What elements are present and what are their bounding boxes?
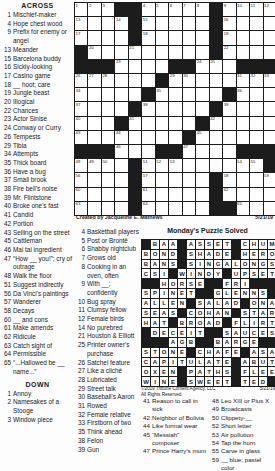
grid-cell[interactable] [237, 17, 249, 30]
grid-cell[interactable] [237, 188, 249, 201]
grid-cell[interactable] [196, 188, 208, 201]
clue-text: Actor Sinise [13, 115, 73, 124]
cell-number: 3 [102, 3, 104, 8]
grid-cell[interactable] [102, 31, 114, 44]
solved-letter-cell: D [259, 377, 267, 386]
grid-cell[interactable]: 42 [210, 117, 222, 130]
clue-text: Houston & Elliott [87, 332, 139, 341]
grid-cell[interactable] [156, 131, 168, 144]
grid-cell[interactable] [250, 131, 262, 144]
solved-letter-cell: N [196, 269, 204, 278]
byline-row: Created by Jacqueline E. Mathews 5/21/19 [76, 214, 273, 220]
grid-cell[interactable] [237, 131, 249, 144]
grid-cell[interactable] [264, 202, 275, 215]
grid-cell[interactable]: 9 [223, 3, 235, 16]
clue-text: Prefix for enemy or angel [13, 28, 73, 45]
cell-number: 36 [237, 88, 242, 93]
grid-cell[interactable] [156, 31, 168, 44]
grid-cell[interactable]: 56 [75, 173, 87, 186]
clue-number: 4 [2, 20, 11, 29]
grid-cell[interactable] [223, 117, 235, 130]
grid-cell[interactable] [183, 117, 195, 130]
grid-cell[interactable] [183, 17, 195, 30]
clue-number: 21 [76, 332, 85, 341]
grid-cell[interactable] [237, 117, 249, 130]
clue-down-50: 50Clippety-__ [210, 414, 274, 422]
solved-letter-cell: U [259, 358, 267, 367]
grid-cell[interactable] [196, 159, 208, 172]
grid-cell[interactable]: 19 [223, 31, 235, 44]
cell-number: 62 [224, 187, 229, 192]
grid-cell[interactable] [210, 131, 222, 144]
grid-cell[interactable] [142, 131, 154, 144]
block-cell [183, 60, 195, 73]
clue-number: 41 [2, 211, 11, 220]
grid-cell[interactable] [250, 88, 262, 101]
grid-cell[interactable] [156, 202, 168, 215]
grid-cell[interactable] [142, 74, 154, 87]
solved-letter-cell: A [151, 358, 159, 367]
solved-letter-cell: H [205, 348, 213, 357]
grid-cell[interactable] [210, 159, 222, 172]
grid-cell[interactable] [183, 102, 195, 115]
grid-cell[interactable] [102, 202, 114, 215]
grid-cell[interactable] [183, 46, 195, 59]
grid-cell[interactable] [169, 131, 181, 144]
grid-cell[interactable]: 44 [115, 131, 127, 144]
grid-cell[interactable]: 3 [102, 3, 114, 16]
grid-cell[interactable]: 2 [88, 3, 100, 16]
grid-cell[interactable] [142, 117, 154, 130]
clue-down-26: 26Satchel feature [76, 359, 139, 368]
down-clue-list-4: 48Leo XIII or Pius X49Broadcasts50Clippe… [210, 397, 274, 471]
grid-cell[interactable] [237, 46, 249, 59]
grid-cell[interactable] [196, 202, 208, 215]
grid-cell[interactable] [196, 173, 208, 186]
grid-cell[interactable] [264, 31, 275, 44]
grid-cell[interactable]: 8 [196, 3, 208, 16]
clue-number: 31 [76, 402, 85, 411]
solved-block-cell [142, 240, 150, 249]
grid-cell[interactable]: 14 [115, 17, 127, 30]
grid-cell[interactable] [129, 60, 141, 73]
grid-cell[interactable]: 65 [237, 202, 249, 215]
clue-text: Like a cliché [87, 367, 139, 376]
grid-cell[interactable] [115, 102, 127, 115]
grid-cell[interactable] [250, 102, 262, 115]
grid-cell[interactable] [237, 31, 249, 44]
cell-number: 43 [76, 130, 81, 135]
solved-letter-cell: G [178, 338, 186, 347]
solved-letter-cell: N [205, 260, 213, 269]
grid-cell[interactable] [264, 131, 275, 144]
clue-number: 9 [2, 28, 11, 45]
cell-number: 64 [143, 201, 148, 206]
grid-cell[interactable] [115, 31, 127, 44]
grid-cell[interactable]: 13 [75, 17, 87, 30]
block-cell [129, 17, 141, 30]
grid-cell[interactable]: 25 [210, 60, 222, 73]
grid-cell[interactable] [129, 131, 141, 144]
cell-number: 28 [102, 73, 107, 78]
grid-cell[interactable] [196, 145, 208, 158]
grid-cell[interactable]: 24 [196, 60, 208, 73]
grid-cell[interactable]: 46 [115, 145, 127, 158]
solved-block-cell [241, 348, 249, 357]
grid-cell[interactable]: 34 [75, 88, 87, 101]
grid-cell[interactable] [169, 88, 181, 101]
grid-cell[interactable] [88, 102, 100, 115]
grid-cell[interactable]: 21 [129, 46, 141, 59]
grid-cell[interactable] [129, 145, 141, 158]
solved-block-cell [178, 377, 186, 386]
grid-cell[interactable]: 17 [75, 31, 87, 44]
solved-block-cell [142, 338, 150, 347]
cell-number: 59 [264, 173, 269, 178]
block-cell [250, 60, 262, 73]
clue-down-59: 59__ blue; pastel color [210, 456, 274, 471]
grid-cell[interactable] [156, 117, 168, 130]
grid-cell[interactable] [156, 173, 168, 186]
solved-block-cell [223, 318, 231, 327]
clue-text: With __; confidently [87, 280, 139, 297]
grid-cell[interactable] [169, 102, 181, 115]
solved-letter-cell: E [250, 338, 258, 347]
solved-letter-cell: R [232, 338, 240, 347]
grid-cell[interactable]: 57 [142, 173, 154, 186]
grid-cell[interactable] [210, 88, 222, 101]
solved-letter-cell: N [169, 348, 177, 357]
cell-number: 8 [197, 3, 199, 8]
grid-cell[interactable] [156, 17, 168, 30]
block-cell [210, 46, 222, 59]
grid-cell[interactable] [223, 159, 235, 172]
grid-cell[interactable]: 51 [142, 159, 154, 172]
grid-cell[interactable]: 48 [75, 159, 87, 172]
cell-number: 54 [237, 159, 242, 164]
grid-cell[interactable] [210, 74, 222, 87]
grid-cell[interactable]: 27 [88, 74, 100, 87]
cell-number: 21 [129, 45, 134, 50]
grid-cell[interactable]: 55 [250, 159, 262, 172]
grid-cell[interactable] [250, 46, 262, 59]
grid-cell[interactable] [88, 173, 100, 186]
solved-letter-cell: N [169, 367, 177, 376]
solved-letter-cell: G [241, 338, 249, 347]
grid-cell[interactable] [210, 145, 222, 158]
grid-cell[interactable] [264, 17, 275, 30]
grid-cell[interactable] [102, 102, 114, 115]
grid-cell[interactable]: 18 [142, 31, 154, 44]
grid-cell[interactable] [102, 131, 114, 144]
cell-number: 47 [183, 144, 188, 149]
grid-cell[interactable]: 11 [250, 3, 262, 16]
grid-cell[interactable] [196, 88, 208, 101]
clue-across-1: 1Mischief-maker [2, 11, 73, 20]
clue-number: 53 [210, 431, 219, 439]
grid-cell[interactable] [115, 159, 127, 172]
clue-column-1: ACROSS 1Mischief-maker4Hope chest wood9P… [2, 1, 73, 424]
grid-cell[interactable] [250, 202, 262, 215]
grid-cell[interactable]: 43 [75, 131, 87, 144]
cell-number: 38 [143, 102, 148, 107]
clue-across-40: 40Broke one's fast [2, 202, 73, 211]
copyright-text: ©2019 Tribune Content Agency, LLC [141, 386, 216, 392]
solved-letter-cell: T [214, 358, 222, 367]
solved-letter-cell: G [214, 260, 222, 269]
grid-cell[interactable] [102, 117, 114, 130]
clue-across-58: 58Decays [2, 307, 73, 316]
grid-cell[interactable] [223, 145, 235, 158]
grid-cell[interactable] [196, 102, 208, 115]
clue-number: 48 [2, 272, 11, 281]
grid-cell[interactable] [102, 88, 114, 101]
grid-cell[interactable] [129, 88, 141, 101]
clue-down-30: 30Baseball's Aaron [76, 393, 139, 402]
grid-cell[interactable]: 45 [196, 131, 208, 144]
grid-cell[interactable] [156, 46, 168, 59]
grid-cell[interactable]: 49 [88, 159, 100, 172]
grid-cell[interactable] [169, 173, 181, 186]
grid-cell[interactable]: 22 [223, 46, 235, 59]
solved-letter-cell: A [241, 358, 249, 367]
grid-cell[interactable] [264, 188, 275, 201]
grid-cell[interactable]: 15 [142, 17, 154, 30]
grid-cell[interactable] [88, 17, 100, 30]
solved-block-cell [232, 250, 240, 259]
grid-cell[interactable] [223, 131, 235, 144]
solved-letter-cell: S [187, 279, 195, 288]
clue-number: 13 [2, 46, 11, 55]
clue-across-29: 29Tibia [2, 142, 73, 151]
crossword-grid: 1234567891011121314151617181920212223242… [74, 2, 275, 216]
grid-cell[interactable] [156, 188, 168, 201]
clue-across-24: 24Conway or Curry [2, 124, 73, 133]
grid-cell[interactable]: 28 [102, 74, 114, 87]
grid-cell[interactable]: 26 [75, 74, 87, 87]
grid-cell[interactable] [88, 117, 100, 130]
grid-cell[interactable] [250, 31, 262, 44]
solved-letter-cell: O [241, 260, 249, 269]
clue-number: 46 [2, 246, 11, 255]
clue-across-20: 20Illogical [2, 98, 73, 107]
grid-cell[interactable]: 39 [223, 102, 235, 115]
grid-cell[interactable]: 58 [223, 173, 235, 186]
grid-cell[interactable] [102, 173, 114, 186]
grid-cell[interactable] [88, 188, 100, 201]
grid-cell[interactable]: 38 [142, 102, 154, 115]
grid-cell[interactable]: 30 [183, 74, 195, 87]
solved-letter-cell: T [160, 318, 168, 327]
clue-text: Short letter [221, 422, 274, 430]
grid-cell[interactable]: 12 [264, 3, 275, 16]
grid-cell[interactable] [196, 46, 208, 59]
grid-cell[interactable] [183, 188, 195, 201]
grid-cell[interactable]: 37 [75, 102, 87, 115]
solved-letter-cell: T [268, 318, 275, 327]
grid-cell[interactable] [88, 202, 100, 215]
grid-cell[interactable] [183, 173, 195, 186]
grid-cell[interactable] [250, 117, 262, 130]
grid-cell[interactable] [115, 188, 127, 201]
grid-cell[interactable] [250, 17, 262, 30]
grid-cell[interactable] [88, 131, 100, 144]
grid-cell[interactable]: 6 [169, 3, 181, 16]
grid-cell[interactable]: 20 [88, 46, 100, 59]
solved-letter-cell: N [160, 377, 168, 386]
grid-cell[interactable]: 40 [75, 117, 87, 130]
grid-cell[interactable] [264, 88, 275, 101]
grid-cell[interactable] [223, 60, 235, 73]
cell-number: 5 [156, 3, 158, 8]
grid-cell[interactable] [250, 188, 262, 201]
grid-cell[interactable]: 63 [75, 202, 87, 215]
grid-cell[interactable]: 16 [223, 17, 235, 30]
solved-block-cell [142, 328, 150, 337]
block-cell [264, 159, 275, 172]
clue-text: Cooking in an oven, often [87, 263, 139, 280]
grid-cell[interactable]: 1 [75, 3, 87, 16]
grid-cell[interactable] [183, 31, 195, 44]
solved-letter-cell: L [160, 299, 168, 308]
grid-cell[interactable] [129, 74, 141, 87]
grid-cell[interactable] [237, 102, 249, 115]
grid-cell[interactable]: 41 [129, 117, 141, 130]
grid-cell[interactable] [169, 46, 181, 59]
solved-letter-cell: E [178, 328, 186, 337]
grid-cell[interactable] [169, 202, 181, 215]
grid-cell[interactable] [183, 88, 195, 101]
clue-across-15: 15Barcelona buddy [2, 55, 73, 64]
grid-cell[interactable] [115, 202, 127, 215]
grid-cell[interactable] [169, 17, 181, 30]
grid-cell[interactable]: 59 [264, 173, 275, 186]
grid-cell[interactable] [142, 145, 154, 158]
clue-text: Annoy [13, 390, 73, 399]
solved-block-cell [241, 299, 249, 308]
solved-letter-cell: O [151, 250, 159, 259]
solved-letter-cell: B [214, 338, 222, 347]
grid-cell[interactable]: 52 [156, 159, 168, 172]
solved-block-cell [214, 279, 222, 288]
grid-cell[interactable] [264, 102, 275, 115]
solved-letter-cell: I [169, 358, 177, 367]
clue-number: 29 [2, 142, 11, 151]
grid-cell[interactable] [196, 17, 208, 30]
grid-cell[interactable]: 62 [223, 188, 235, 201]
clue-down-27: 27Like a cliché [76, 367, 139, 376]
clue-text: Female birds [87, 315, 139, 324]
clue-text: Illogical [13, 98, 73, 107]
grid-cell[interactable] [250, 173, 262, 186]
grid-cell[interactable] [115, 88, 127, 101]
grid-cell[interactable]: 50 [102, 159, 114, 172]
grid-cell[interactable]: 32 [250, 74, 262, 87]
grid-cell[interactable] [102, 188, 114, 201]
grid-cell[interactable] [115, 74, 127, 87]
grid-cell[interactable] [88, 88, 100, 101]
grid-cell[interactable]: 29 [169, 74, 181, 87]
grid-cell[interactable] [169, 117, 181, 130]
cell-number: 14 [116, 17, 121, 22]
grid-cell[interactable]: 54 [237, 159, 249, 172]
grid-cell[interactable] [156, 102, 168, 115]
solved-letter-cell: D [151, 328, 159, 337]
clue-text: Printer owner's purchase [87, 341, 139, 358]
grid-cell[interactable] [223, 74, 235, 87]
grid-cell[interactable]: 23 [115, 60, 127, 73]
grid-cell[interactable]: 7 [183, 3, 195, 16]
grid-cell[interactable] [142, 60, 154, 73]
solved-letter-cell: L [196, 358, 204, 367]
cell-number: 12 [264, 3, 269, 8]
solved-letter-cell: S [241, 309, 249, 318]
clue-number: 20 [2, 98, 11, 107]
grid-cell[interactable]: 36 [237, 88, 249, 101]
solved-letter-cell: U [232, 269, 240, 278]
clue-text: Meander [13, 46, 73, 55]
grid-cell[interactable] [169, 188, 181, 201]
grid-cell[interactable] [183, 159, 195, 172]
grid-cell[interactable] [237, 173, 249, 186]
cell-number: 48 [76, 159, 81, 164]
clue-across-46: 46Mai tai ingredient [2, 246, 73, 255]
cell-number: 27 [89, 73, 94, 78]
solved-letter-cell: A [196, 367, 204, 376]
grid-cell[interactable]: 64 [142, 202, 154, 215]
grid-cell[interactable] [102, 17, 114, 30]
grid-cell[interactable]: 31 [237, 74, 249, 87]
clue-across-43: 43Selling on the street [2, 229, 73, 238]
clue-number: 7 [76, 254, 85, 263]
solved-letter-cell: H [142, 318, 150, 327]
grid-cell[interactable]: 53 [169, 159, 181, 172]
grid-cell[interactable]: 5 [156, 3, 168, 16]
grid-cell[interactable] [102, 46, 114, 59]
grid-cell[interactable] [196, 31, 208, 44]
grid-cell[interactable] [264, 46, 275, 59]
clue-across-19: 19Jungle beast [2, 89, 73, 98]
grid-cell[interactable] [196, 74, 208, 87]
grid-cell[interactable]: 47 [183, 145, 195, 158]
solved-letter-cell: H [196, 250, 204, 259]
block-cell [250, 145, 262, 158]
grid-cell[interactable]: 4 [142, 3, 154, 16]
grid-cell[interactable] [115, 173, 127, 186]
grid-cell[interactable] [142, 46, 154, 59]
grid-cell[interactable] [156, 60, 168, 73]
clue-number: 43 [2, 229, 11, 238]
grid-cell[interactable] [183, 202, 195, 215]
grid-cell[interactable] [264, 117, 275, 130]
clue-text: Small brook [13, 176, 73, 185]
clue-down-2: 2Namesakes of a Stooge [2, 398, 73, 415]
solved-block-cell [268, 289, 275, 298]
grid-cell[interactable] [115, 46, 127, 59]
block-cell [210, 188, 222, 201]
solved-letter-cell: Y [214, 269, 222, 278]
grid-cell[interactable]: 61 [142, 188, 154, 201]
grid-cell[interactable] [169, 31, 181, 44]
clue-number: 62 [2, 333, 11, 342]
grid-cell[interactable]: 33 [264, 74, 275, 87]
grid-cell[interactable]: 10 [237, 3, 249, 16]
grid-cell[interactable]: 35 [156, 88, 168, 101]
grid-cell[interactable]: 60 [75, 188, 87, 201]
solved-letter-cell: E [250, 377, 258, 386]
grid-cell[interactable] [88, 31, 100, 44]
clue-number: 54 [210, 439, 219, 447]
